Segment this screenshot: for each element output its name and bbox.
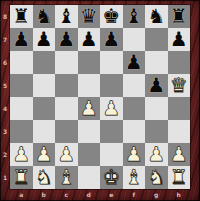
piece-white-bishop[interactable]: ♝: [125, 167, 143, 187]
square-d7[interactable]: ♟: [78, 28, 101, 51]
square-g7[interactable]: [145, 28, 168, 51]
square-b2[interactable]: ♟: [33, 143, 56, 166]
square-f4[interactable]: [123, 97, 146, 120]
piece-black-pawn[interactable]: ♟: [12, 29, 30, 49]
square-b8[interactable]: ♞: [33, 5, 56, 28]
square-e8[interactable]: ♚: [100, 5, 123, 28]
file-label-a: a: [10, 189, 33, 201]
square-c7[interactable]: ♟: [55, 28, 78, 51]
file-label-g: g: [145, 189, 168, 201]
square-h2[interactable]: ♟: [168, 143, 191, 166]
square-h8[interactable]: ♜: [168, 5, 191, 28]
piece-white-pawn[interactable]: ♟: [57, 144, 75, 164]
piece-black-pawn[interactable]: ♟: [170, 29, 188, 49]
square-d6[interactable]: [78, 51, 101, 74]
piece-white-pawn[interactable]: ♟: [12, 144, 30, 164]
square-e1[interactable]: ♚: [100, 166, 123, 189]
square-g4[interactable]: [145, 97, 168, 120]
square-b3[interactable]: [33, 120, 56, 143]
square-d4[interactable]: ♟: [78, 97, 101, 120]
square-a4[interactable]: [10, 97, 33, 120]
piece-white-pawn[interactable]: ♟: [147, 144, 165, 164]
square-e2[interactable]: [100, 143, 123, 166]
piece-black-knight[interactable]: ♞: [35, 6, 53, 26]
piece-black-king[interactable]: ♚: [102, 6, 120, 26]
square-b4[interactable]: [33, 97, 56, 120]
piece-white-knight[interactable]: ♞: [35, 167, 53, 187]
square-c4[interactable]: [55, 97, 78, 120]
piece-black-pawn[interactable]: ♟: [125, 52, 143, 72]
rank-label-8: 8: [0, 5, 10, 28]
square-c1[interactable]: ♝: [55, 166, 78, 189]
square-g3[interactable]: [145, 120, 168, 143]
chess-board: ♜♞♝♛♚♝♞♜♟♟♟♟♟♟♟♟♛♟♟♟♟♟♟♟♟♜♞♝♚♝♞♜: [10, 5, 190, 189]
square-e7[interactable]: ♟: [100, 28, 123, 51]
square-f5[interactable]: [123, 74, 146, 97]
piece-white-pawn[interactable]: ♟: [170, 144, 188, 164]
piece-black-bishop[interactable]: ♝: [125, 6, 143, 26]
file-label-h: h: [168, 189, 191, 201]
piece-black-pawn[interactable]: ♟: [80, 29, 98, 49]
rank-label-4: 4: [0, 97, 10, 120]
square-a3[interactable]: [10, 120, 33, 143]
piece-black-knight[interactable]: ♞: [147, 6, 165, 26]
square-d2[interactable]: [78, 143, 101, 166]
square-f1[interactable]: ♝: [123, 166, 146, 189]
square-h1[interactable]: ♜: [168, 166, 191, 189]
square-c3[interactable]: [55, 120, 78, 143]
piece-white-pawn[interactable]: ♟: [35, 144, 53, 164]
square-h6[interactable]: [168, 51, 191, 74]
piece-black-bishop[interactable]: ♝: [57, 6, 75, 26]
piece-black-pawn[interactable]: ♟: [57, 29, 75, 49]
rank-label-2: 2: [0, 143, 10, 166]
square-f3[interactable]: [123, 120, 146, 143]
piece-white-rook[interactable]: ♜: [12, 167, 30, 187]
square-g8[interactable]: ♞: [145, 5, 168, 28]
square-g5[interactable]: ♟: [145, 74, 168, 97]
square-e6[interactable]: [100, 51, 123, 74]
square-a6[interactable]: [10, 51, 33, 74]
file-labels: abcdefgh: [10, 189, 190, 201]
square-b1[interactable]: ♞: [33, 166, 56, 189]
piece-black-pawn[interactable]: ♟: [35, 29, 53, 49]
piece-white-king[interactable]: ♚: [102, 167, 120, 187]
file-label-d: d: [78, 189, 101, 201]
square-a2[interactable]: ♟: [10, 143, 33, 166]
square-b5[interactable]: [33, 74, 56, 97]
square-e3[interactable]: [100, 120, 123, 143]
piece-white-pawn[interactable]: ♟: [125, 144, 143, 164]
square-c2[interactable]: ♟: [55, 143, 78, 166]
square-h4[interactable]: [168, 97, 191, 120]
square-b7[interactable]: ♟: [33, 28, 56, 51]
square-g2[interactable]: ♟: [145, 143, 168, 166]
square-f6[interactable]: ♟: [123, 51, 146, 74]
square-c6[interactable]: [55, 51, 78, 74]
square-f8[interactable]: ♝: [123, 5, 146, 28]
file-label-c: c: [55, 189, 78, 201]
file-label-f: f: [123, 189, 146, 201]
square-d5[interactable]: [78, 74, 101, 97]
square-d3[interactable]: [78, 120, 101, 143]
file-label-e: e: [100, 189, 123, 201]
piece-black-pawn[interactable]: ♟: [147, 75, 165, 95]
piece-white-pawn[interactable]: ♟: [80, 98, 98, 118]
rank-label-5: 5: [0, 74, 10, 97]
rank-label-6: 6: [0, 51, 10, 74]
square-h3[interactable]: [168, 120, 191, 143]
square-a8[interactable]: ♜: [10, 5, 33, 28]
piece-white-queen[interactable]: ♛: [170, 75, 188, 95]
piece-white-knight[interactable]: ♞: [147, 167, 165, 187]
square-a1[interactable]: ♜: [10, 166, 33, 189]
square-c5[interactable]: [55, 74, 78, 97]
piece-black-queen[interactable]: ♛: [80, 6, 98, 26]
square-e4[interactable]: ♟: [100, 97, 123, 120]
rank-label-1: 1: [0, 166, 10, 189]
piece-black-rook[interactable]: ♜: [12, 6, 30, 26]
piece-black-pawn[interactable]: ♟: [102, 29, 120, 49]
rank-label-7: 7: [0, 28, 10, 51]
square-f7[interactable]: [123, 28, 146, 51]
piece-black-rook[interactable]: ♜: [170, 6, 188, 26]
chess-board-frame: 87654321 ♜♞♝♛♚♝♞♜♟♟♟♟♟♟♟♟♛♟♟♟♟♟♟♟♟♜♞♝♚♝♞…: [0, 0, 200, 201]
square-g1[interactable]: ♞: [145, 166, 168, 189]
file-label-b: b: [33, 189, 56, 201]
rank-labels: 87654321: [0, 5, 10, 189]
square-c8[interactable]: ♝: [55, 5, 78, 28]
square-e5[interactable]: [100, 74, 123, 97]
square-d8[interactable]: ♛: [78, 5, 101, 28]
square-h7[interactable]: ♟: [168, 28, 191, 51]
square-a5[interactable]: [10, 74, 33, 97]
rank-label-3: 3: [0, 120, 10, 143]
piece-white-bishop[interactable]: ♝: [57, 167, 75, 187]
piece-white-pawn[interactable]: ♟: [102, 98, 120, 118]
square-f2[interactable]: ♟: [123, 143, 146, 166]
square-a7[interactable]: ♟: [10, 28, 33, 51]
square-h5[interactable]: ♛: [168, 74, 191, 97]
square-g6[interactable]: [145, 51, 168, 74]
piece-white-rook[interactable]: ♜: [170, 167, 188, 187]
square-b6[interactable]: [33, 51, 56, 74]
square-d1[interactable]: [78, 166, 101, 189]
